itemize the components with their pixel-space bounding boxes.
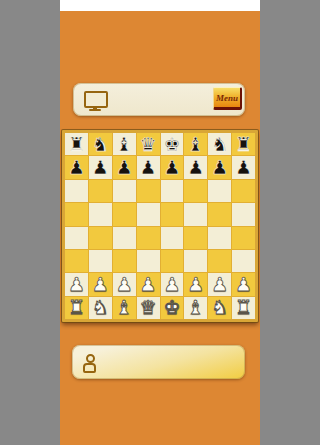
square-e4[interactable] [161,227,184,249]
square-d5[interactable] [137,203,160,225]
chess-board-frame: ♜♞♝♛♚♝♞♜♟♟♟♟♟♟♟♟♟♟♟♟♟♟♟♟♜♞♝♛♚♝♞♜ [62,130,258,322]
square-f1[interactable]: ♝ [184,297,207,319]
square-e2[interactable]: ♟ [161,273,184,295]
piece-black-pawn[interactable]: ♟ [235,158,252,177]
square-h5[interactable] [232,203,255,225]
piece-black-bishop[interactable]: ♝ [116,135,133,154]
square-g8[interactable]: ♞ [208,133,231,155]
square-e7[interactable]: ♟ [161,156,184,178]
square-g7[interactable]: ♟ [208,156,231,178]
piece-black-pawn[interactable]: ♟ [187,158,204,177]
square-a1[interactable]: ♜ [65,297,88,319]
piece-white-bishop[interactable]: ♝ [187,298,204,317]
opponent-bar: Menu [73,83,245,116]
square-h1[interactable]: ♜ [232,297,255,319]
piece-white-pawn[interactable]: ♟ [211,275,228,294]
square-g6[interactable] [208,180,231,202]
square-a2[interactable]: ♟ [65,273,88,295]
square-f3[interactable] [184,250,207,272]
square-a5[interactable] [65,203,88,225]
square-b8[interactable]: ♞ [89,133,112,155]
square-g5[interactable] [208,203,231,225]
piece-black-pawn[interactable]: ♟ [211,158,228,177]
piece-white-pawn[interactable]: ♟ [235,275,252,294]
square-e8[interactable]: ♚ [161,133,184,155]
square-h3[interactable] [232,250,255,272]
square-b4[interactable] [89,227,112,249]
square-g2[interactable]: ♟ [208,273,231,295]
square-f5[interactable] [184,203,207,225]
monitor-icon [84,91,108,108]
square-c3[interactable] [113,250,136,272]
square-b2[interactable]: ♟ [89,273,112,295]
piece-white-queen[interactable]: ♛ [140,298,157,317]
square-a8[interactable]: ♜ [65,133,88,155]
square-f4[interactable] [184,227,207,249]
person-icon [83,354,96,371]
piece-white-pawn[interactable]: ♟ [68,275,85,294]
square-b6[interactable] [89,180,112,202]
piece-white-pawn[interactable]: ♟ [163,275,180,294]
square-g4[interactable] [208,227,231,249]
square-a6[interactable] [65,180,88,202]
piece-black-king[interactable]: ♚ [163,135,180,154]
square-a4[interactable] [65,227,88,249]
piece-black-knight[interactable]: ♞ [211,135,228,154]
chess-board[interactable]: ♜♞♝♛♚♝♞♜♟♟♟♟♟♟♟♟♟♟♟♟♟♟♟♟♜♞♝♛♚♝♞♜ [65,133,255,319]
piece-black-rook[interactable]: ♜ [68,135,85,154]
square-g3[interactable] [208,250,231,272]
chess-app-screen: Menu ♜♞♝♛♚♝♞♜♟♟♟♟♟♟♟♟♟♟♟♟♟♟♟♟♜♞♝♛♚♝♞♜ [60,0,260,445]
piece-white-bishop[interactable]: ♝ [116,298,133,317]
piece-black-rook[interactable]: ♜ [235,135,252,154]
square-e3[interactable] [161,250,184,272]
square-f7[interactable]: ♟ [184,156,207,178]
piece-white-rook[interactable]: ♜ [235,298,252,317]
square-b5[interactable] [89,203,112,225]
piece-white-pawn[interactable]: ♟ [116,275,133,294]
square-c5[interactable] [113,203,136,225]
square-f8[interactable]: ♝ [184,133,207,155]
piece-black-queen[interactable]: ♛ [140,135,157,154]
piece-white-pawn[interactable]: ♟ [92,275,109,294]
square-f2[interactable]: ♟ [184,273,207,295]
square-e6[interactable] [161,180,184,202]
square-d7[interactable]: ♟ [137,156,160,178]
square-h8[interactable]: ♜ [232,133,255,155]
piece-black-pawn[interactable]: ♟ [116,158,133,177]
square-a3[interactable] [65,250,88,272]
square-d2[interactable]: ♟ [137,273,160,295]
square-g1[interactable]: ♞ [208,297,231,319]
piece-white-rook[interactable]: ♜ [68,298,85,317]
square-c4[interactable] [113,227,136,249]
piece-black-pawn[interactable]: ♟ [163,158,180,177]
square-h7[interactable]: ♟ [232,156,255,178]
square-d4[interactable] [137,227,160,249]
square-b3[interactable] [89,250,112,272]
square-c2[interactable]: ♟ [113,273,136,295]
piece-white-knight[interactable]: ♞ [211,298,228,317]
square-d3[interactable] [137,250,160,272]
square-a7[interactable]: ♟ [65,156,88,178]
status-strip [60,0,260,11]
piece-white-king[interactable]: ♚ [163,298,180,317]
square-d6[interactable] [137,180,160,202]
piece-white-pawn[interactable]: ♟ [187,275,204,294]
square-f6[interactable] [184,180,207,202]
square-c6[interactable] [113,180,136,202]
piece-black-knight[interactable]: ♞ [92,135,109,154]
square-h2[interactable]: ♟ [232,273,255,295]
menu-button[interactable]: Menu [213,87,242,110]
square-c1[interactable]: ♝ [113,297,136,319]
piece-black-pawn[interactable]: ♟ [140,158,157,177]
player-bar [72,345,245,379]
piece-black-pawn[interactable]: ♟ [92,158,109,177]
piece-white-pawn[interactable]: ♟ [140,275,157,294]
square-b7[interactable]: ♟ [89,156,112,178]
square-d8[interactable]: ♛ [137,133,160,155]
square-e1[interactable]: ♚ [161,297,184,319]
square-b1[interactable]: ♞ [89,297,112,319]
square-d1[interactable]: ♛ [137,297,160,319]
piece-black-bishop[interactable]: ♝ [187,135,204,154]
piece-white-knight[interactable]: ♞ [92,298,109,317]
square-h6[interactable] [232,180,255,202]
square-c7[interactable]: ♟ [113,156,136,178]
square-e5[interactable] [161,203,184,225]
square-h4[interactable] [232,227,255,249]
square-c8[interactable]: ♝ [113,133,136,155]
piece-black-pawn[interactable]: ♟ [68,158,85,177]
